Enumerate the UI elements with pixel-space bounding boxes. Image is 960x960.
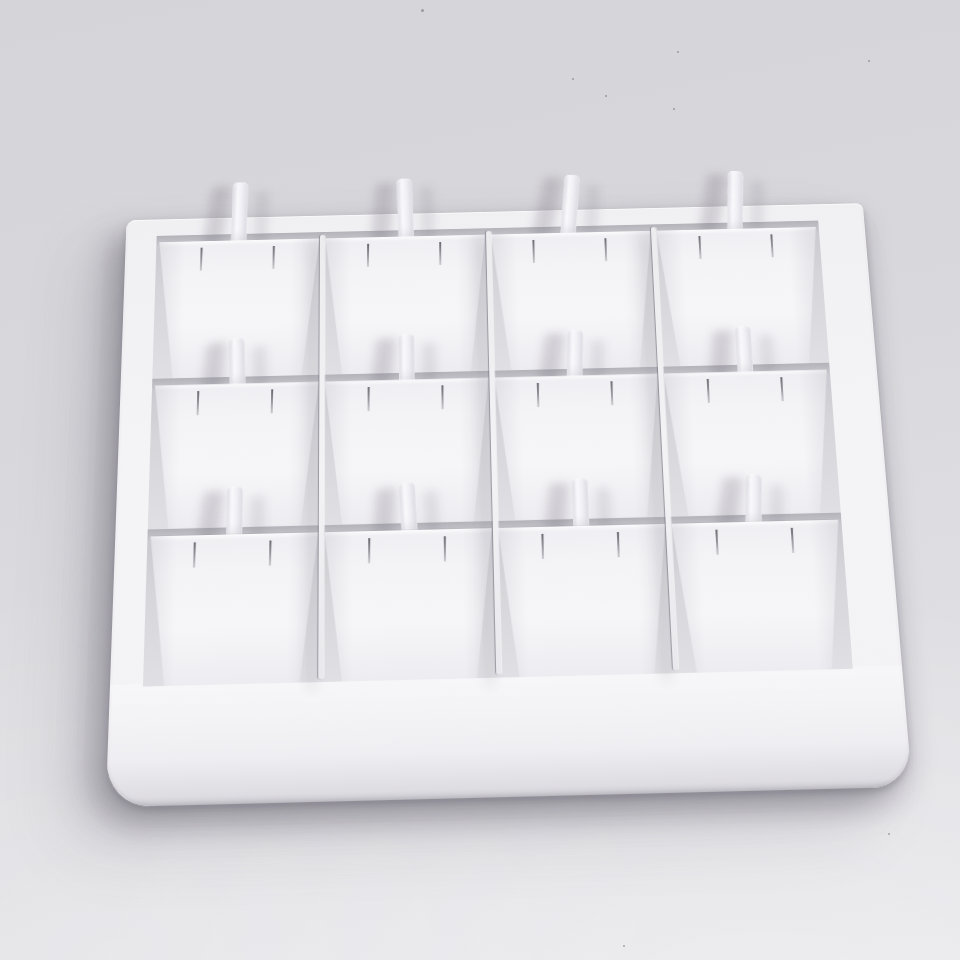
pad-slit-left [367, 387, 369, 411]
pad-slit-left [197, 391, 200, 415]
ribbon-pull-tab [398, 482, 417, 535]
dust-speck [572, 78, 574, 80]
ribbon-pull-tab [226, 486, 243, 538]
display-pad [498, 524, 673, 678]
dust-speck [623, 945, 625, 947]
tray-front-apron [106, 665, 913, 807]
pad-slit-right [444, 536, 446, 561]
pad-slit-right [271, 390, 274, 414]
ribbon-pull-tab [398, 334, 414, 384]
tray-recess [143, 221, 853, 687]
ribbon-pull-tab [567, 330, 584, 380]
pad-slit-right [605, 238, 608, 261]
ribbon-pull-tab [396, 178, 414, 240]
pad-slit-right [269, 540, 272, 565]
pad-slit-left [537, 383, 539, 407]
pad-slit-right [770, 234, 773, 257]
pad-slit-right [439, 242, 441, 265]
pad-slit-left [367, 244, 369, 267]
pad-slit-left [698, 236, 701, 259]
pad-cell [668, 512, 853, 673]
pad-cell [495, 516, 676, 677]
display-pad [324, 528, 495, 682]
pad-slit-right [273, 246, 275, 269]
ribbon-pull-tab [727, 171, 743, 233]
pad-slit-left [368, 538, 370, 563]
ribbon-pull-tab [229, 338, 246, 388]
pad-cell [321, 521, 499, 682]
pad-slit-left [715, 529, 718, 554]
ribbon-pull-tab [745, 474, 761, 526]
display-pad [671, 519, 850, 673]
pad-slit-left [200, 248, 203, 271]
pad-slit-left [707, 379, 710, 403]
display-pad [146, 532, 318, 686]
pad-slit-right [441, 386, 443, 410]
ribbon-pull-tab [231, 182, 248, 244]
pad-slit-right [617, 532, 620, 557]
dust-speck [673, 108, 675, 110]
ribbon-pull-tab [560, 174, 580, 236]
dust-speck [888, 833, 890, 835]
ribbon-pull-tab [572, 478, 590, 530]
pad-slit-left [533, 240, 535, 263]
pad-slit-left [193, 542, 196, 567]
pad-slit-left [542, 534, 545, 559]
scene-background [0, 0, 960, 960]
pad-slit-right [780, 378, 783, 402]
dust-speck [421, 9, 424, 12]
jewelry-display-tray [106, 203, 913, 807]
dust-speck [605, 95, 607, 97]
dust-speck [677, 51, 679, 53]
pad-slit-right [611, 382, 614, 406]
pad-cell [143, 525, 321, 687]
ribbon-pull-tab [735, 326, 754, 376]
dust-speck [868, 60, 870, 62]
pad-slit-right [790, 527, 793, 552]
